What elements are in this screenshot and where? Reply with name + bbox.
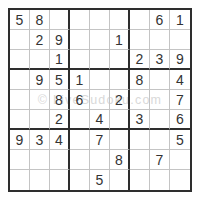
cell-r6c3: 2 bbox=[50, 110, 70, 130]
cell-r7c3: 4 bbox=[50, 130, 70, 150]
cell-r6c1[interactable] bbox=[10, 110, 30, 130]
cell-r8c5[interactable] bbox=[90, 150, 110, 170]
cell-r9c4[interactable] bbox=[70, 170, 90, 190]
cell-r8c3[interactable] bbox=[50, 150, 70, 170]
cell-r6c4[interactable] bbox=[70, 110, 90, 130]
cell-r4c5[interactable] bbox=[90, 70, 110, 90]
sudoku-page: © LiveSudoku.com 58612911239951848627243… bbox=[0, 0, 200, 200]
cell-r7c9: 5 bbox=[170, 130, 190, 150]
cell-r1c4[interactable] bbox=[70, 10, 90, 30]
cell-r7c2: 3 bbox=[30, 130, 50, 150]
cell-r3c1[interactable] bbox=[10, 50, 30, 70]
cell-r3c4[interactable] bbox=[70, 50, 90, 70]
cell-r7c1: 9 bbox=[10, 130, 30, 150]
cell-r2c9[interactable] bbox=[170, 30, 190, 50]
cell-r3c5[interactable] bbox=[90, 50, 110, 70]
sudoku-board: 58612911239951848627243693475875 bbox=[8, 8, 192, 192]
cell-r4c6[interactable] bbox=[110, 70, 130, 90]
cell-r5c1[interactable] bbox=[10, 90, 30, 110]
cell-r1c1: 5 bbox=[10, 10, 30, 30]
cell-r2c5[interactable] bbox=[90, 30, 110, 50]
cell-r5c7[interactable] bbox=[130, 90, 150, 110]
cell-r1c7[interactable] bbox=[130, 10, 150, 30]
cell-r4c7: 8 bbox=[130, 70, 150, 90]
cell-r6c6[interactable] bbox=[110, 110, 130, 130]
cell-r9c9[interactable] bbox=[170, 170, 190, 190]
cell-r9c2[interactable] bbox=[30, 170, 50, 190]
cell-r1c5[interactable] bbox=[90, 10, 110, 30]
cell-r3c8: 3 bbox=[150, 50, 170, 70]
cell-r6c9: 6 bbox=[170, 110, 190, 130]
cell-r4c1[interactable] bbox=[10, 70, 30, 90]
cell-r6c5: 4 bbox=[90, 110, 110, 130]
cell-r7c7[interactable] bbox=[130, 130, 150, 150]
cell-r1c2: 8 bbox=[30, 10, 50, 30]
cell-r7c5: 7 bbox=[90, 130, 110, 150]
cell-r7c6[interactable] bbox=[110, 130, 130, 150]
cell-r8c7[interactable] bbox=[130, 150, 150, 170]
cell-r5c2[interactable] bbox=[30, 90, 50, 110]
cell-r1c6[interactable] bbox=[110, 10, 130, 30]
cell-r2c7[interactable] bbox=[130, 30, 150, 50]
cell-r9c3[interactable] bbox=[50, 170, 70, 190]
cell-r5c6: 2 bbox=[110, 90, 130, 110]
cell-r5c9: 7 bbox=[170, 90, 190, 110]
cell-r8c4[interactable] bbox=[70, 150, 90, 170]
cell-r5c3: 8 bbox=[50, 90, 70, 110]
cell-r2c4[interactable] bbox=[70, 30, 90, 50]
cell-r3c6[interactable] bbox=[110, 50, 130, 70]
cell-r3c7: 2 bbox=[130, 50, 150, 70]
cell-r9c6[interactable] bbox=[110, 170, 130, 190]
cell-r6c7: 3 bbox=[130, 110, 150, 130]
cell-r9c7[interactable] bbox=[130, 170, 150, 190]
cell-r3c2[interactable] bbox=[30, 50, 50, 70]
cell-r4c4: 1 bbox=[70, 70, 90, 90]
cell-r1c9: 1 bbox=[170, 10, 190, 30]
cell-r3c9: 9 bbox=[170, 50, 190, 70]
cell-r8c8: 7 bbox=[150, 150, 170, 170]
cell-r5c4: 6 bbox=[70, 90, 90, 110]
cell-r4c3: 5 bbox=[50, 70, 70, 90]
cell-r2c2: 2 bbox=[30, 30, 50, 50]
cell-r1c8: 6 bbox=[150, 10, 170, 30]
cell-r8c9[interactable] bbox=[170, 150, 190, 170]
cell-r8c6: 8 bbox=[110, 150, 130, 170]
cell-r5c8[interactable] bbox=[150, 90, 170, 110]
cell-r7c8[interactable] bbox=[150, 130, 170, 150]
cell-r9c8[interactable] bbox=[150, 170, 170, 190]
cell-r6c8[interactable] bbox=[150, 110, 170, 130]
cell-r3c3: 1 bbox=[50, 50, 70, 70]
cell-r5c5[interactable] bbox=[90, 90, 110, 110]
cell-r7c4[interactable] bbox=[70, 130, 90, 150]
cell-r9c5: 5 bbox=[90, 170, 110, 190]
cell-r2c6: 1 bbox=[110, 30, 130, 50]
cell-r2c8[interactable] bbox=[150, 30, 170, 50]
cell-r4c2: 9 bbox=[30, 70, 50, 90]
cell-r8c2[interactable] bbox=[30, 150, 50, 170]
cell-r8c1[interactable] bbox=[10, 150, 30, 170]
cell-r6c2[interactable] bbox=[30, 110, 50, 130]
cell-r4c9: 4 bbox=[170, 70, 190, 90]
cell-r4c8[interactable] bbox=[150, 70, 170, 90]
cell-r2c3: 9 bbox=[50, 30, 70, 50]
cell-r2c1[interactable] bbox=[10, 30, 30, 50]
cell-r9c1[interactable] bbox=[10, 170, 30, 190]
cell-r1c3[interactable] bbox=[50, 10, 70, 30]
